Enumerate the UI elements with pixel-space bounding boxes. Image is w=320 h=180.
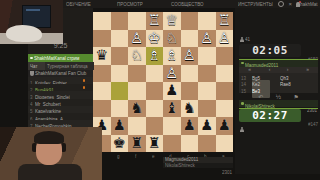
square-b8[interactable] bbox=[198, 135, 216, 153]
nav-item-watch[interactable]: ПРОСМОТР bbox=[117, 2, 143, 7]
square-b1[interactable] bbox=[198, 12, 216, 30]
square-h3[interactable]: ♛ bbox=[93, 47, 111, 65]
white-cat bbox=[6, 25, 42, 42]
piece-black-pawn[interactable]: ♟ bbox=[200, 117, 213, 135]
webcam-room-view bbox=[0, 0, 63, 44]
streamer-hair bbox=[34, 131, 64, 144]
piece-white-rook[interactable]: ♖ bbox=[218, 12, 231, 30]
square-e2[interactable]: ♔ bbox=[146, 30, 164, 48]
square-g1[interactable] bbox=[111, 12, 129, 30]
square-f6[interactable]: ♞ bbox=[128, 100, 146, 118]
bottom-player-clock: 02:27 bbox=[239, 109, 301, 122]
square-e4[interactable] bbox=[146, 65, 164, 83]
piece-black-knight[interactable]: ♞ bbox=[183, 100, 196, 118]
piece-white-knight[interactable]: ♘ bbox=[165, 30, 178, 48]
last-move-button[interactable]: » bbox=[306, 67, 309, 72]
nav-item-learn[interactable]: ОБУЧЕНИЕ bbox=[66, 2, 91, 7]
square-b2[interactable]: ♙ bbox=[198, 30, 216, 48]
square-f4[interactable] bbox=[128, 65, 146, 83]
piece-black-pawn[interactable]: ♟ bbox=[218, 117, 231, 135]
piece-black-rook[interactable]: ♜ bbox=[148, 135, 161, 153]
nav-menu: ОБУЧЕНИЕ ПРОСМОТР СООБЩЕСТВО ИНСТРУМЕНТЫ bbox=[66, 0, 308, 8]
piece-black-knight[interactable]: ♞ bbox=[130, 100, 143, 118]
piece-white-bishop[interactable]: ♗ bbox=[148, 47, 161, 65]
square-c2[interactable] bbox=[181, 30, 199, 48]
piece-white-pawn[interactable]: ♙ bbox=[165, 65, 178, 83]
square-e5[interactable] bbox=[146, 82, 164, 100]
square-d1[interactable]: ♕ bbox=[163, 12, 181, 30]
square-b5[interactable] bbox=[198, 82, 216, 100]
top-player-bar[interactable]: Magnusded2011 2394 bbox=[239, 60, 318, 67]
square-c4[interactable] bbox=[181, 65, 199, 83]
square-g4[interactable] bbox=[111, 65, 129, 83]
file-label: e bbox=[152, 154, 155, 159]
square-d4[interactable]: ♙ bbox=[163, 65, 181, 83]
file-label: f bbox=[135, 154, 136, 159]
square-g3[interactable] bbox=[111, 47, 129, 65]
nav-item-tools[interactable]: ИНСТРУМЕНТЫ bbox=[238, 2, 273, 7]
streamer-body bbox=[18, 164, 82, 180]
monitor-glow bbox=[26, 9, 40, 11]
spectator-count: 41 bbox=[245, 37, 250, 42]
square-h2[interactable] bbox=[93, 30, 111, 48]
square-a1[interactable]: ♖ bbox=[216, 12, 234, 30]
square-d8[interactable] bbox=[163, 135, 181, 153]
piece-white-pawn[interactable]: ♙ bbox=[200, 30, 213, 48]
square-a2[interactable]: ♙ bbox=[216, 30, 234, 48]
tournament-banner: ShakhMatKanal стрим bbox=[28, 54, 93, 62]
square-c8[interactable] bbox=[181, 135, 199, 153]
square-g8[interactable]: ♚ bbox=[111, 135, 129, 153]
square-g6[interactable] bbox=[111, 100, 129, 118]
piece-black-pawn[interactable]: ♟ bbox=[183, 117, 196, 135]
square-c7[interactable]: ♟ bbox=[181, 117, 199, 135]
square-c1[interactable] bbox=[181, 12, 199, 30]
username-menu[interactable]: ShakhMat bbox=[298, 2, 318, 7]
footer-player-name: NikolaiShtireck bbox=[165, 163, 195, 168]
square-d7[interactable] bbox=[163, 117, 181, 135]
square-d3[interactable]: ♗ bbox=[163, 47, 181, 65]
chess-board[interactable]: ♖♕♖♙♔♘♙♙♛♘♗♗♙♙♟♞♝♞♟♟♟♟♟♚♜♜ bbox=[93, 12, 233, 152]
square-d2[interactable]: ♘ bbox=[163, 30, 181, 48]
square-f2[interactable]: ♙ bbox=[128, 30, 146, 48]
online-dot-icon bbox=[241, 102, 244, 105]
webcam-streamer-face bbox=[0, 127, 102, 180]
piece-white-bishop[interactable]: ♗ bbox=[165, 47, 178, 65]
square-g7[interactable]: ♟ bbox=[111, 117, 129, 135]
square-f1[interactable] bbox=[128, 12, 146, 30]
square-f7[interactable] bbox=[128, 117, 146, 135]
piece-white-knight[interactable]: ♘ bbox=[130, 47, 143, 65]
square-f3[interactable]: ♘ bbox=[128, 47, 146, 65]
tab-chat[interactable]: Чат bbox=[28, 62, 45, 70]
footer-player-value: 2301 bbox=[222, 170, 232, 175]
square-a8[interactable] bbox=[216, 135, 234, 153]
nav-item-community[interactable]: СООБЩЕСТВО bbox=[171, 2, 204, 7]
person-icon bbox=[239, 37, 244, 42]
square-h1[interactable] bbox=[93, 12, 111, 30]
square-e8[interactable]: ♜ bbox=[146, 135, 164, 153]
piece-black-pawn[interactable]: ♟ bbox=[165, 82, 178, 100]
footer-row-black[interactable]: NikolaiShtireck 2301 bbox=[163, 163, 233, 169]
bottom-player-bar[interactable]: NikolaiShtireck 2301 bbox=[239, 100, 318, 107]
piece-black-rook[interactable]: ♜ bbox=[130, 135, 143, 153]
square-b3[interactable] bbox=[198, 47, 216, 65]
live-dot-icon bbox=[30, 57, 33, 60]
piece-white-king[interactable]: ♔ bbox=[148, 30, 161, 48]
move-list: « ‹ › » 13 Bg5 Qh3 14 Ke2 Rae8 15 Be3 bbox=[239, 67, 318, 94]
square-c5[interactable] bbox=[181, 82, 199, 100]
piece-white-pawn[interactable]: ♙ bbox=[183, 47, 196, 65]
square-a7[interactable]: ♟ bbox=[216, 117, 234, 135]
square-a4[interactable] bbox=[216, 65, 234, 83]
first-move-button[interactable]: « bbox=[248, 67, 251, 72]
file-label: g bbox=[117, 154, 120, 159]
square-e1[interactable]: ♖ bbox=[146, 12, 164, 30]
square-d6[interactable]: ♝ bbox=[163, 100, 181, 118]
square-b6[interactable] bbox=[198, 100, 216, 118]
top-player-meta: 41 bbox=[239, 35, 255, 44]
square-f8[interactable]: ♜ bbox=[128, 135, 146, 153]
bottom-player-arena-rank: #147 bbox=[308, 122, 318, 127]
tab-standings[interactable]: Турнирная таблица bbox=[45, 62, 94, 70]
square-c6[interactable]: ♞ bbox=[181, 100, 199, 118]
square-a3[interactable] bbox=[216, 47, 234, 65]
board-footer: Magnusded2011 2394 NikolaiShtireck 2301 bbox=[163, 157, 233, 168]
stream-screenshot: ОБУЧЕНИЕ ПРОСМОТР СООБЩЕСТВО ИНСТРУМЕНТЫ… bbox=[0, 0, 320, 180]
square-b7[interactable]: ♟ bbox=[198, 117, 216, 135]
piece-black-king[interactable]: ♚ bbox=[113, 135, 126, 153]
square-g2[interactable] bbox=[111, 30, 129, 48]
online-dot-icon bbox=[241, 62, 244, 65]
square-b4[interactable] bbox=[198, 65, 216, 83]
square-a5[interactable] bbox=[216, 82, 234, 100]
piece-white-pawn[interactable]: ♙ bbox=[130, 30, 143, 48]
square-e3[interactable]: ♗ bbox=[146, 47, 164, 65]
square-d5[interactable]: ♟ bbox=[163, 82, 181, 100]
piece-black-queen[interactable]: ♛ bbox=[95, 47, 108, 65]
square-c3[interactable]: ♙ bbox=[181, 47, 199, 65]
square-a6[interactable] bbox=[216, 100, 234, 118]
person-icon bbox=[239, 127, 244, 132]
piece-white-rook[interactable]: ♖ bbox=[148, 12, 161, 30]
game-panel: 41 02:05 #150 Magnusded2011 2394 « ‹ › »… bbox=[235, 8, 320, 174]
piece-white-pawn[interactable]: ♙ bbox=[218, 30, 231, 48]
footer-player-name: Magnusded2011 bbox=[165, 158, 198, 163]
standings-list: 1Kotofey_Fighter54 2Bun4ik9154 3Diogenes… bbox=[28, 77, 93, 127]
prev-move-button[interactable]: ‹ bbox=[268, 67, 270, 72]
bottom-player-meta bbox=[239, 127, 244, 132]
piece-white-queen[interactable]: ♕ bbox=[165, 12, 178, 30]
square-g5[interactable] bbox=[111, 82, 129, 100]
piece-black-pawn[interactable]: ♟ bbox=[113, 117, 126, 135]
square-f5[interactable] bbox=[128, 82, 146, 100]
square-e7[interactable] bbox=[146, 117, 164, 135]
sidebar-tabs: Чат Турнирная таблица bbox=[28, 62, 93, 70]
piece-black-bishop[interactable]: ♝ bbox=[165, 100, 178, 118]
square-e6[interactable] bbox=[146, 100, 164, 118]
